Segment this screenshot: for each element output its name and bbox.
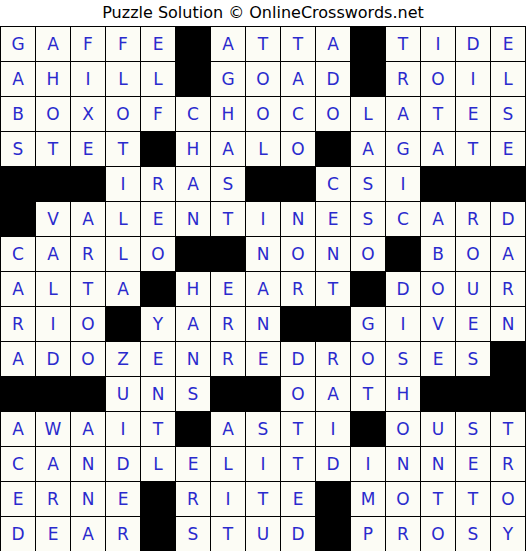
block-cell-r4c5 — [141, 132, 176, 167]
block-cell-r5c3 — [71, 167, 106, 202]
letter-cell-r10c4: Z — [106, 342, 141, 377]
letter-cell-r2c13: O — [421, 62, 456, 97]
block-cell-r7c6 — [176, 237, 211, 272]
letter-cell-r1c10: A — [316, 27, 351, 62]
letter-cell-r13c2: A — [36, 447, 71, 482]
letter-cell-r15c12: R — [386, 517, 421, 551]
letter-cell-r1c9: T — [281, 27, 316, 62]
letter-cell-r7c8: N — [246, 237, 281, 272]
letter-cell-r6c8: I — [246, 202, 281, 237]
letter-cell-r2c1: A — [1, 62, 36, 97]
letter-cell-r13c13: N — [421, 447, 456, 482]
block-cell-r14c10 — [316, 482, 351, 517]
letter-cell-r2c9: A — [281, 62, 316, 97]
block-cell-r6c1 — [1, 202, 36, 237]
letter-cell-r8c13: O — [421, 272, 456, 307]
block-cell-r11c15 — [491, 377, 526, 412]
letter-cell-r15c3: A — [71, 517, 106, 551]
letter-cell-r1c3: F — [71, 27, 106, 62]
letter-cell-r13c14: E — [456, 447, 491, 482]
block-cell-r11c13 — [421, 377, 456, 412]
letter-cell-r14c7: I — [211, 482, 246, 517]
letter-cell-r6c13: A — [421, 202, 456, 237]
letter-cell-r3c4: O — [106, 97, 141, 132]
letter-cell-r8c2: L — [36, 272, 71, 307]
letter-cell-r8c1: A — [1, 272, 36, 307]
letter-cell-r15c13: O — [421, 517, 456, 551]
letter-cell-r5c5: R — [141, 167, 176, 202]
letter-cell-r5c11: S — [351, 167, 386, 202]
letter-cell-r4c3: E — [71, 132, 106, 167]
letter-cell-r4c1: S — [1, 132, 36, 167]
block-cell-r11c2 — [36, 377, 71, 412]
letter-cell-r4c13: A — [421, 132, 456, 167]
letter-cell-r14c15: O — [491, 482, 526, 517]
letter-cell-r2c2: H — [36, 62, 71, 97]
block-cell-r8c5 — [141, 272, 176, 307]
letter-cell-r7c1: C — [1, 237, 36, 272]
letter-cell-r3c11: L — [351, 97, 386, 132]
letter-cell-r9c2: I — [36, 307, 71, 342]
block-cell-r2c6 — [176, 62, 211, 97]
letter-cell-r13c3: N — [71, 447, 106, 482]
letter-cell-r3c7: H — [211, 97, 246, 132]
letter-cell-r5c7: S — [211, 167, 246, 202]
letter-cell-r5c12: I — [386, 167, 421, 202]
block-cell-r5c14 — [456, 167, 491, 202]
letter-cell-r14c13: T — [421, 482, 456, 517]
letter-cell-r15c4: R — [106, 517, 141, 551]
block-cell-r2c11 — [351, 62, 386, 97]
letter-cell-r13c15: R — [491, 447, 526, 482]
block-cell-r15c10 — [316, 517, 351, 551]
letter-cell-r10c6: N — [176, 342, 211, 377]
letter-cell-r15c9: D — [281, 517, 316, 551]
letter-cell-r10c10: R — [316, 342, 351, 377]
letter-cell-r3c1: B — [1, 97, 36, 132]
letter-cell-r6c15: D — [491, 202, 526, 237]
block-cell-r1c6 — [176, 27, 211, 62]
letter-cell-r13c9: T — [281, 447, 316, 482]
letter-cell-r3c3: X — [71, 97, 106, 132]
letter-cell-r7c4: L — [106, 237, 141, 272]
block-cell-r5c9 — [281, 167, 316, 202]
letter-cell-r12c14: S — [456, 412, 491, 447]
letter-cell-r7c15: A — [491, 237, 526, 272]
letter-cell-r7c11: O — [351, 237, 386, 272]
letter-cell-r14c11: M — [351, 482, 386, 517]
letter-cell-r12c2: W — [36, 412, 71, 447]
letter-cell-r3c13: T — [421, 97, 456, 132]
letter-cell-r10c2: D — [36, 342, 71, 377]
letter-cell-r6c2: V — [36, 202, 71, 237]
letter-cell-r9c5: Y — [141, 307, 176, 342]
block-cell-r14c5 — [141, 482, 176, 517]
letter-cell-r3c15: S — [491, 97, 526, 132]
letter-cell-r11c5: N — [141, 377, 176, 412]
letter-cell-r4c6: H — [176, 132, 211, 167]
letter-cell-r3c5: F — [141, 97, 176, 132]
crossword-solution-page: Puzzle Solution © OnlineCrosswords.net G… — [0, 0, 526, 551]
letter-cell-r14c6: R — [176, 482, 211, 517]
letter-cell-r6c3: A — [71, 202, 106, 237]
letter-cell-r9c1: R — [1, 307, 36, 342]
letter-cell-r12c15: T — [491, 412, 526, 447]
letter-cell-r4c12: G — [386, 132, 421, 167]
block-cell-r10c15 — [491, 342, 526, 377]
letter-cell-r9c11: G — [351, 307, 386, 342]
letter-cell-r5c6: A — [176, 167, 211, 202]
letter-cell-r13c8: I — [246, 447, 281, 482]
letter-cell-r14c12: O — [386, 482, 421, 517]
letter-cell-r3c2: O — [36, 97, 71, 132]
letter-cell-r12c5: T — [141, 412, 176, 447]
letter-cell-r9c15: N — [491, 307, 526, 342]
letter-cell-r12c7: A — [211, 412, 246, 447]
letter-cell-r12c3: A — [71, 412, 106, 447]
letter-cell-r7c9: O — [281, 237, 316, 272]
letter-cell-r4c7: A — [211, 132, 246, 167]
block-cell-r15c5 — [141, 517, 176, 551]
letter-cell-r1c14: D — [456, 27, 491, 62]
letter-cell-r3c6: C — [176, 97, 211, 132]
block-cell-r7c7 — [211, 237, 246, 272]
letter-cell-r6c4: L — [106, 202, 141, 237]
letter-cell-r8c7: E — [211, 272, 246, 307]
block-cell-r9c9 — [281, 307, 316, 342]
block-cell-r9c10 — [316, 307, 351, 342]
letter-cell-r2c8: O — [246, 62, 281, 97]
block-cell-r11c14 — [456, 377, 491, 412]
letter-cell-r10c5: E — [141, 342, 176, 377]
block-cell-r4c10 — [316, 132, 351, 167]
letter-cell-r2c15: L — [491, 62, 526, 97]
letter-cell-r2c10: D — [316, 62, 351, 97]
letter-cell-r3c12: A — [386, 97, 421, 132]
letter-cell-r15c6: S — [176, 517, 211, 551]
letter-cell-r7c3: R — [71, 237, 106, 272]
letter-cell-r2c12: R — [386, 62, 421, 97]
letter-cell-r9c7: R — [211, 307, 246, 342]
letter-cell-r9c8: N — [246, 307, 281, 342]
letter-cell-r12c13: U — [421, 412, 456, 447]
letter-cell-r15c15: Y — [491, 517, 526, 551]
block-cell-r5c2 — [36, 167, 71, 202]
letter-cell-r8c8: A — [246, 272, 281, 307]
letter-cell-r12c9: T — [281, 412, 316, 447]
letter-cell-r11c4: U — [106, 377, 141, 412]
letter-cell-r1c2: A — [36, 27, 71, 62]
letter-cell-r13c6: E — [176, 447, 211, 482]
letter-cell-r15c11: P — [351, 517, 386, 551]
letter-cell-r9c12: I — [386, 307, 421, 342]
letter-cell-r10c13: E — [421, 342, 456, 377]
letter-cell-r6c11: S — [351, 202, 386, 237]
letter-cell-r6c6: N — [176, 202, 211, 237]
letter-cell-r1c13: I — [421, 27, 456, 62]
block-cell-r5c8 — [246, 167, 281, 202]
block-cell-r11c8 — [246, 377, 281, 412]
letter-cell-r4c8: L — [246, 132, 281, 167]
letter-cell-r8c3: T — [71, 272, 106, 307]
letter-cell-r4c9: O — [281, 132, 316, 167]
letter-cell-r6c9: N — [281, 202, 316, 237]
letter-cell-r2c4: L — [106, 62, 141, 97]
letter-cell-r10c14: S — [456, 342, 491, 377]
letter-cell-r13c11: I — [351, 447, 386, 482]
letter-cell-r13c7: L — [211, 447, 246, 482]
letter-cell-r8c4: A — [106, 272, 141, 307]
letter-cell-r8c15: R — [491, 272, 526, 307]
letter-cell-r3c14: E — [456, 97, 491, 132]
letter-cell-r4c4: T — [106, 132, 141, 167]
letter-cell-r9c6: A — [176, 307, 211, 342]
letter-cell-r8c12: D — [386, 272, 421, 307]
block-cell-r5c13 — [421, 167, 456, 202]
letter-cell-r15c7: T — [211, 517, 246, 551]
letter-cell-r9c14: E — [456, 307, 491, 342]
letter-cell-r15c8: U — [246, 517, 281, 551]
letter-cell-r14c14: T — [456, 482, 491, 517]
block-cell-r1c11 — [351, 27, 386, 62]
block-cell-r11c7 — [211, 377, 246, 412]
letter-cell-r15c14: S — [456, 517, 491, 551]
letter-cell-r7c2: A — [36, 237, 71, 272]
letter-cell-r13c1: C — [1, 447, 36, 482]
letter-cell-r10c8: E — [246, 342, 281, 377]
letter-cell-r7c13: B — [421, 237, 456, 272]
letter-cell-r3c9: C — [281, 97, 316, 132]
letter-cell-r8c14: U — [456, 272, 491, 307]
letter-cell-r11c9: O — [281, 377, 316, 412]
letter-cell-r8c10: T — [316, 272, 351, 307]
letter-cell-r9c3: O — [71, 307, 106, 342]
crossword-grid: GAFFEATTATIDEAHILLGOADROILBOXOFCHOCOLATE… — [0, 26, 526, 551]
letter-cell-r10c3: O — [71, 342, 106, 377]
letter-cell-r1c1: G — [1, 27, 36, 62]
block-cell-r12c6 — [176, 412, 211, 447]
letter-cell-r14c8: T — [246, 482, 281, 517]
letter-cell-r4c2: T — [36, 132, 71, 167]
letter-cell-r14c2: R — [36, 482, 71, 517]
letter-cell-r1c12: T — [386, 27, 421, 62]
letter-cell-r8c6: H — [176, 272, 211, 307]
letter-cell-r6c14: R — [456, 202, 491, 237]
block-cell-r7c12 — [386, 237, 421, 272]
letter-cell-r2c14: I — [456, 62, 491, 97]
letter-cell-r14c9: E — [281, 482, 316, 517]
letter-cell-r10c1: A — [1, 342, 36, 377]
letter-cell-r1c4: F — [106, 27, 141, 62]
letter-cell-r12c4: I — [106, 412, 141, 447]
letter-cell-r5c4: I — [106, 167, 141, 202]
letter-cell-r7c5: O — [141, 237, 176, 272]
letter-cell-r5c10: C — [316, 167, 351, 202]
letter-cell-r10c9: D — [281, 342, 316, 377]
letter-cell-r14c4: E — [106, 482, 141, 517]
letter-cell-r6c10: E — [316, 202, 351, 237]
block-cell-r9c4 — [106, 307, 141, 342]
letter-cell-r11c12: H — [386, 377, 421, 412]
letter-cell-r2c3: I — [71, 62, 106, 97]
letter-cell-r1c8: T — [246, 27, 281, 62]
letter-cell-r6c12: C — [386, 202, 421, 237]
letter-cell-r12c10: I — [316, 412, 351, 447]
letter-cell-r12c8: S — [246, 412, 281, 447]
letter-cell-r11c11: T — [351, 377, 386, 412]
letter-cell-r7c10: N — [316, 237, 351, 272]
letter-cell-r12c1: A — [1, 412, 36, 447]
block-cell-r12c11 — [351, 412, 386, 447]
letter-cell-r1c7: A — [211, 27, 246, 62]
letter-cell-r3c10: O — [316, 97, 351, 132]
letter-cell-r11c6: S — [176, 377, 211, 412]
letter-cell-r15c1: D — [1, 517, 36, 551]
letter-cell-r13c4: D — [106, 447, 141, 482]
letter-cell-r13c5: L — [141, 447, 176, 482]
letter-cell-r1c5: E — [141, 27, 176, 62]
letter-cell-r2c5: L — [141, 62, 176, 97]
block-cell-r5c15 — [491, 167, 526, 202]
block-cell-r11c3 — [71, 377, 106, 412]
letter-cell-r14c3: N — [71, 482, 106, 517]
letter-cell-r4c15: E — [491, 132, 526, 167]
letter-cell-r3c8: O — [246, 97, 281, 132]
letter-cell-r14c1: E — [1, 482, 36, 517]
letter-cell-r4c11: A — [351, 132, 386, 167]
block-cell-r11c1 — [1, 377, 36, 412]
letter-cell-r2c7: G — [211, 62, 246, 97]
puzzle-title: Puzzle Solution © OnlineCrosswords.net — [0, 0, 526, 26]
letter-cell-r13c10: D — [316, 447, 351, 482]
block-cell-r8c11 — [351, 272, 386, 307]
letter-cell-r6c5: E — [141, 202, 176, 237]
letter-cell-r8c9: R — [281, 272, 316, 307]
letter-cell-r7c14: O — [456, 237, 491, 272]
letter-cell-r13c12: N — [386, 447, 421, 482]
letter-cell-r9c13: V — [421, 307, 456, 342]
letter-cell-r10c7: R — [211, 342, 246, 377]
letter-cell-r10c12: S — [386, 342, 421, 377]
letter-cell-r6c7: T — [211, 202, 246, 237]
letter-cell-r1c15: E — [491, 27, 526, 62]
block-cell-r5c1 — [1, 167, 36, 202]
letter-cell-r12c12: O — [386, 412, 421, 447]
letter-cell-r15c2: E — [36, 517, 71, 551]
letter-cell-r10c11: O — [351, 342, 386, 377]
letter-cell-r11c10: A — [316, 377, 351, 412]
letter-cell-r4c14: T — [456, 132, 491, 167]
